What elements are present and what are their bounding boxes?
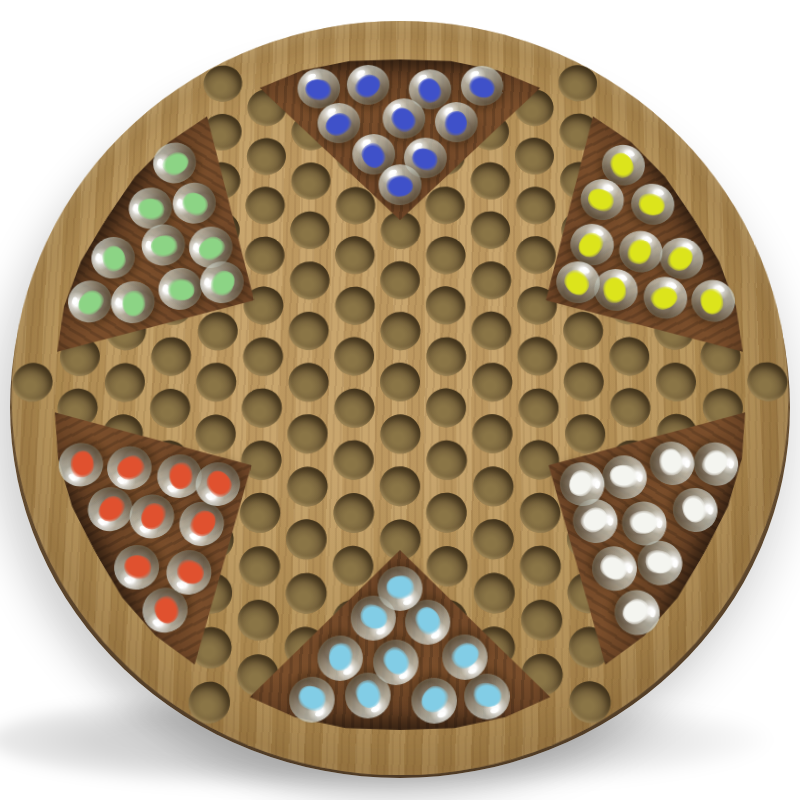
product-photo	[0, 0, 800, 800]
marble-green[interactable]	[103, 274, 163, 331]
marble-green[interactable]	[83, 229, 143, 286]
board	[0, 21, 800, 775]
